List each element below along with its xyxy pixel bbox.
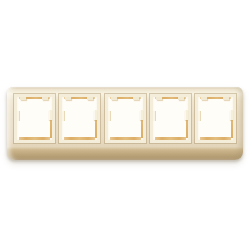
- mounting-tab-top-right: [87, 97, 93, 100]
- mounting-tab-mid-right: [140, 110, 143, 120]
- mounting-tab-top-left: [20, 97, 26, 100]
- wall-frame: [7, 87, 243, 160]
- mounting-tab-top-right: [223, 97, 229, 100]
- opening-inner-shadow-right: [141, 119, 143, 138]
- mounting-tab-top-right: [133, 97, 139, 100]
- opening-inner-shadow-right: [50, 119, 52, 138]
- mounting-tab-mid-right: [49, 110, 52, 120]
- frame-opening-3: [108, 97, 143, 140]
- mounting-tab-top-left: [65, 97, 71, 100]
- opening-inner-shadow-bottom: [200, 137, 231, 140]
- opening-inner-shadow-bottom: [19, 137, 50, 140]
- frame-opening-5: [198, 97, 233, 140]
- opening-inner-shadow-right: [95, 119, 97, 138]
- mounting-tab-top-left: [201, 97, 207, 100]
- mounting-tab-top-right: [42, 97, 48, 100]
- mounting-tab-top-left: [156, 97, 162, 100]
- frame-opening-4: [153, 97, 188, 140]
- mounting-tab-mid-left: [108, 111, 111, 121]
- product-photo-canvas: [0, 0, 250, 250]
- mounting-tab-mid-left: [153, 111, 156, 121]
- opening-inner-shadow-bottom: [64, 137, 95, 140]
- mounting-tab-mid-right: [185, 110, 188, 120]
- opening-inner-shadow-bottom: [110, 137, 141, 140]
- frame-opening-1: [17, 97, 52, 140]
- mounting-tab-top-right: [178, 97, 184, 100]
- mounting-tab-mid-left: [17, 111, 20, 121]
- mounting-tab-top-left: [111, 97, 117, 100]
- mounting-tab-mid-left: [198, 111, 201, 121]
- opening-inner-shadow-right: [186, 119, 188, 138]
- frame-opening-2: [62, 97, 97, 140]
- opening-inner-shadow-bottom: [155, 137, 186, 140]
- mounting-tab-mid-right: [230, 110, 233, 120]
- mounting-tab-mid-right: [94, 110, 97, 120]
- mounting-tab-mid-left: [62, 111, 65, 121]
- opening-inner-shadow-right: [231, 119, 233, 138]
